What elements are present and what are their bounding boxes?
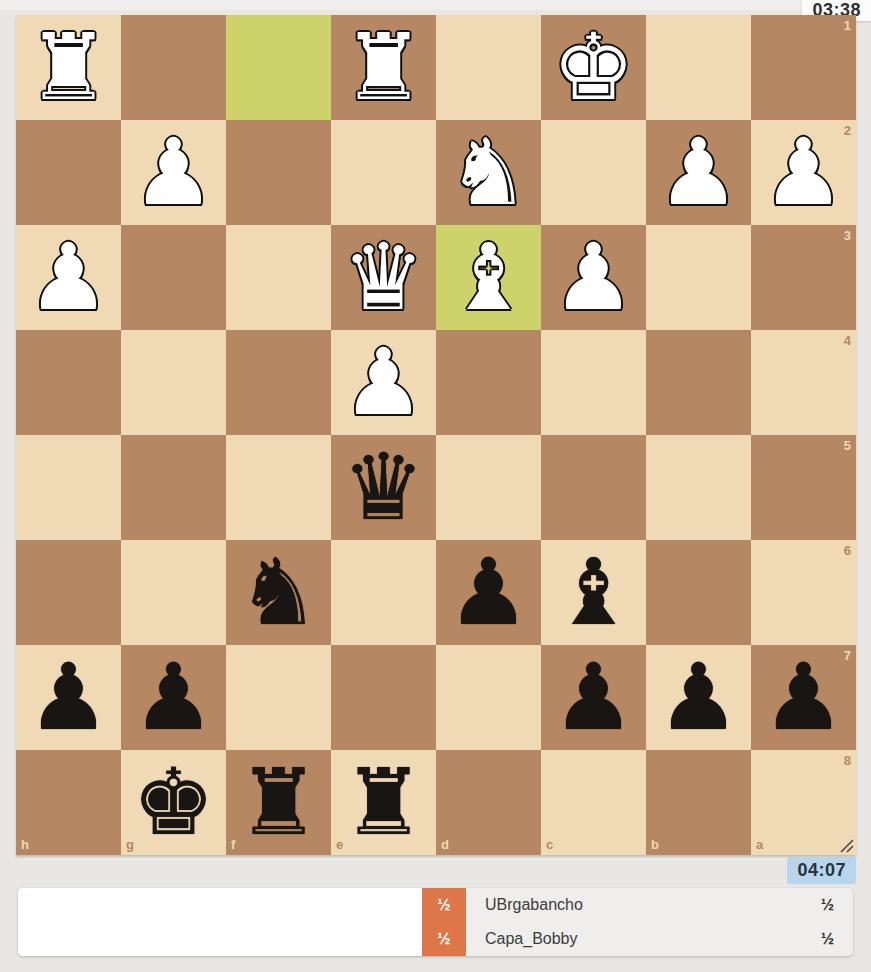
square-e7[interactable] — [331, 645, 436, 750]
square-h7[interactable]: ♟ — [16, 645, 121, 750]
result-panel: ½ ½ UBrgabancho ½ Capa_Bobby ½ — [18, 888, 853, 956]
square-d1[interactable] — [436, 15, 541, 120]
square-e3[interactable]: ♛ — [331, 225, 436, 330]
square-h2[interactable] — [16, 120, 121, 225]
page-top-strip — [0, 0, 871, 10]
white-pawn[interactable]: ♟ — [646, 120, 751, 225]
black-clock: 04:07 — [787, 857, 856, 884]
square-c5[interactable] — [541, 435, 646, 540]
black-pawn[interactable]: ♟ — [436, 540, 541, 645]
square-g6[interactable] — [121, 540, 226, 645]
player-name[interactable]: UBrgabancho — [485, 896, 583, 914]
board: ♜♜♚1♟♞♟♟2♟♛♝♟3♟4♛5♞♟♝6♟♟♟♟♟7h♚g♜f♜edcba8 — [16, 15, 856, 855]
white-bishop[interactable]: ♝ — [436, 225, 541, 330]
square-d6[interactable]: ♟ — [436, 540, 541, 645]
black-pawn[interactable]: ♟ — [541, 645, 646, 750]
square-d2[interactable]: ♞ — [436, 120, 541, 225]
white-king[interactable]: ♚ — [541, 15, 646, 120]
file-label-h: h — [21, 838, 29, 851]
square-c7[interactable]: ♟ — [541, 645, 646, 750]
square-a6[interactable]: 6 — [751, 540, 856, 645]
square-c3[interactable]: ♟ — [541, 225, 646, 330]
square-f3[interactable] — [226, 225, 331, 330]
square-g7[interactable]: ♟ — [121, 645, 226, 750]
white-pawn[interactable]: ♟ — [121, 120, 226, 225]
square-g8[interactable]: ♚g — [121, 750, 226, 855]
square-e4[interactable]: ♟ — [331, 330, 436, 435]
white-knight[interactable]: ♞ — [436, 120, 541, 225]
square-b3[interactable] — [646, 225, 751, 330]
score-badge: ½ — [422, 922, 466, 956]
black-bishop[interactable]: ♝ — [541, 540, 646, 645]
square-g5[interactable] — [121, 435, 226, 540]
file-label-a: a — [756, 838, 763, 851]
black-king[interactable]: ♚ — [121, 750, 226, 855]
square-h3[interactable]: ♟ — [16, 225, 121, 330]
square-b2[interactable]: ♟ — [646, 120, 751, 225]
square-h6[interactable] — [16, 540, 121, 645]
square-c6[interactable]: ♝ — [541, 540, 646, 645]
square-a2[interactable]: ♟2 — [751, 120, 856, 225]
square-g2[interactable]: ♟ — [121, 120, 226, 225]
board-resize-handle-icon[interactable] — [840, 839, 854, 853]
square-e2[interactable] — [331, 120, 436, 225]
rank-label-5: 5 — [844, 439, 851, 452]
square-f6[interactable]: ♞ — [226, 540, 331, 645]
square-b1[interactable] — [646, 15, 751, 120]
square-b6[interactable] — [646, 540, 751, 645]
square-f8[interactable]: ♜f — [226, 750, 331, 855]
player-row: Capa_Bobby ½ — [466, 922, 853, 956]
square-f4[interactable] — [226, 330, 331, 435]
file-label-c: c — [546, 838, 553, 851]
white-pawn[interactable]: ♟ — [16, 225, 121, 330]
square-d7[interactable] — [436, 645, 541, 750]
black-pawn[interactable]: ♟ — [121, 645, 226, 750]
rank-label-4: 4 — [844, 334, 851, 347]
square-c8[interactable]: c — [541, 750, 646, 855]
player-score: ½ — [821, 896, 834, 914]
file-label-b: b — [651, 838, 659, 851]
players-column: UBrgabancho ½ Capa_Bobby ½ — [466, 888, 853, 956]
square-h5[interactable] — [16, 435, 121, 540]
square-d5[interactable] — [436, 435, 541, 540]
rank-label-8: 8 — [844, 754, 851, 767]
white-rook[interactable]: ♜ — [331, 15, 436, 120]
square-g4[interactable] — [121, 330, 226, 435]
square-a5[interactable]: 5 — [751, 435, 856, 540]
score-badge: ½ — [422, 888, 466, 922]
square-g1[interactable] — [121, 15, 226, 120]
square-e1[interactable]: ♜ — [331, 15, 436, 120]
square-b8[interactable]: b — [646, 750, 751, 855]
black-pawn[interactable]: ♟ — [16, 645, 121, 750]
black-queen[interactable]: ♛ — [331, 435, 436, 540]
square-e5[interactable]: ♛ — [331, 435, 436, 540]
white-pawn[interactable]: ♟ — [331, 330, 436, 435]
square-a3[interactable]: 3 — [751, 225, 856, 330]
black-rook[interactable]: ♜ — [226, 750, 331, 855]
player-name[interactable]: Capa_Bobby — [485, 930, 578, 948]
square-f1[interactable] — [226, 15, 331, 120]
square-f5[interactable] — [226, 435, 331, 540]
black-pawn[interactable]: ♟ — [646, 645, 751, 750]
square-d3[interactable]: ♝ — [436, 225, 541, 330]
rank-label-3: 3 — [844, 229, 851, 242]
black-rook[interactable]: ♜ — [331, 750, 436, 855]
player-row: UBrgabancho ½ — [466, 888, 853, 922]
square-d4[interactable] — [436, 330, 541, 435]
black-knight[interactable]: ♞ — [226, 540, 331, 645]
black-pawn[interactable]: ♟ — [751, 645, 856, 750]
score-badge-column: ½ ½ — [422, 888, 466, 956]
square-e6[interactable] — [331, 540, 436, 645]
square-h4[interactable] — [16, 330, 121, 435]
square-b5[interactable] — [646, 435, 751, 540]
square-a4[interactable]: 4 — [751, 330, 856, 435]
square-e8[interactable]: ♜e — [331, 750, 436, 855]
moves-panel — [18, 888, 422, 956]
square-f7[interactable] — [226, 645, 331, 750]
square-f2[interactable] — [226, 120, 331, 225]
square-c2[interactable] — [541, 120, 646, 225]
white-pawn[interactable]: ♟ — [751, 120, 856, 225]
white-rook[interactable]: ♜ — [16, 15, 121, 120]
square-h8[interactable]: h — [16, 750, 121, 855]
square-a1[interactable]: 1 — [751, 15, 856, 120]
square-c4[interactable] — [541, 330, 646, 435]
square-b7[interactable]: ♟ — [646, 645, 751, 750]
rank-label-6: 6 — [844, 544, 851, 557]
square-c1[interactable]: ♚ — [541, 15, 646, 120]
white-queen[interactable]: ♛ — [331, 225, 436, 330]
square-d8[interactable]: d — [436, 750, 541, 855]
file-label-d: d — [441, 838, 449, 851]
square-g3[interactable] — [121, 225, 226, 330]
square-h1[interactable]: ♜ — [16, 15, 121, 120]
white-pawn[interactable]: ♟ — [541, 225, 646, 330]
player-score: ½ — [821, 930, 834, 948]
rank-label-1: 1 — [844, 19, 851, 32]
square-b4[interactable] — [646, 330, 751, 435]
square-a7[interactable]: ♟7 — [751, 645, 856, 750]
